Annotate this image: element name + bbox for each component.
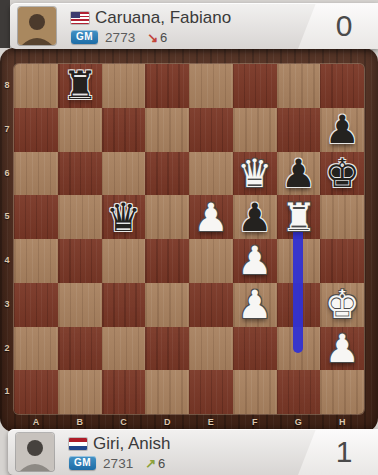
rating-up-arrow-icon: ↗ <box>145 456 156 471</box>
square-b7[interactable] <box>58 108 102 152</box>
rank-label-6: 6 <box>0 152 14 196</box>
square-h4[interactable] <box>320 239 364 283</box>
file-label-G: G <box>277 414 321 430</box>
square-h5[interactable] <box>320 195 364 239</box>
square-d2[interactable] <box>145 327 189 371</box>
square-e1[interactable] <box>189 370 233 414</box>
piece-white-king-h3[interactable]: ♚ <box>320 283 364 327</box>
square-b6[interactable] <box>58 152 102 196</box>
square-c4[interactable] <box>102 239 146 283</box>
file-label-E: E <box>189 414 233 430</box>
rank-label-2: 2 <box>0 327 14 371</box>
square-e3[interactable] <box>189 283 233 327</box>
file-label-H: H <box>320 414 364 430</box>
gm-title-badge: GM <box>69 456 96 470</box>
top-player-rating: 2773 <box>105 30 135 45</box>
square-d5[interactable] <box>145 195 189 239</box>
square-c6[interactable] <box>102 152 146 196</box>
top-player-score-zone: 0 <box>290 3 378 49</box>
square-g7[interactable] <box>277 108 321 152</box>
bottom-player-score-zone: 1 <box>290 429 378 475</box>
top-player-name: Caruana, Fabiano <box>95 8 231 28</box>
square-a3[interactable] <box>14 283 58 327</box>
square-c7[interactable] <box>102 108 146 152</box>
piece-white-pawn-f4[interactable]: ♟ <box>233 239 277 283</box>
square-d8[interactable] <box>145 64 189 108</box>
top-player-score: 0 <box>316 9 353 43</box>
square-c8[interactable] <box>102 64 146 108</box>
square-c1[interactable] <box>102 370 146 414</box>
square-e7[interactable] <box>189 108 233 152</box>
file-label-C: C <box>102 414 146 430</box>
nl-flag-icon <box>69 438 87 450</box>
square-c2[interactable] <box>102 327 146 371</box>
bottom-player-rating-change: 6 <box>158 456 165 471</box>
file-label-A: A <box>14 414 58 430</box>
bottom-player-name: Giri, Anish <box>93 434 170 454</box>
gm-title-badge: GM <box>71 30 98 44</box>
rank-label-5: 5 <box>0 195 14 239</box>
rating-down-arrow-icon: ↘ <box>147 30 158 45</box>
square-b3[interactable] <box>58 283 102 327</box>
piece-black-pawn-h7[interactable]: ♟ <box>320 108 364 152</box>
square-f1[interactable] <box>233 370 277 414</box>
square-a7[interactable] <box>14 108 58 152</box>
square-c3[interactable] <box>102 283 146 327</box>
square-a2[interactable] <box>14 327 58 371</box>
file-label-F: F <box>233 414 277 430</box>
square-h1[interactable] <box>320 370 364 414</box>
piece-black-pawn-f5[interactable]: ♟ <box>233 195 277 239</box>
square-e8[interactable] <box>189 64 233 108</box>
rank-label-4: 4 <box>0 239 14 283</box>
chess-board: ♜♟♛♟♚♛♟♟♜♟♟♚♟ 87654321ABCDEFGH <box>0 48 378 432</box>
square-g8[interactable] <box>277 64 321 108</box>
square-b1[interactable] <box>58 370 102 414</box>
square-g2[interactable] <box>277 327 321 371</box>
square-f2[interactable] <box>233 327 277 371</box>
square-a8[interactable] <box>14 64 58 108</box>
square-f8[interactable] <box>233 64 277 108</box>
square-d3[interactable] <box>145 283 189 327</box>
top-player-avatar <box>18 7 56 45</box>
square-d1[interactable] <box>145 370 189 414</box>
piece-black-rook-b8[interactable]: ♜ <box>58 64 102 108</box>
square-a6[interactable] <box>14 152 58 196</box>
piece-white-pawn-h2[interactable]: ♟ <box>320 327 364 371</box>
bottom-player-card: Giri, Anish GM 2731 ↗ 6 1 <box>8 429 378 475</box>
file-label-D: D <box>145 414 189 430</box>
square-a1[interactable] <box>14 370 58 414</box>
square-e6[interactable] <box>189 152 233 196</box>
file-label-B: B <box>58 414 102 430</box>
square-b5[interactable] <box>58 195 102 239</box>
square-g4[interactable] <box>277 239 321 283</box>
square-d4[interactable] <box>145 239 189 283</box>
bottom-player-rating: 2731 <box>103 456 133 471</box>
square-d7[interactable] <box>145 108 189 152</box>
rank-label-1: 1 <box>0 370 14 414</box>
bottom-player-avatar <box>16 433 54 471</box>
bottom-player-score: 1 <box>316 435 353 469</box>
square-g1[interactable] <box>277 370 321 414</box>
rank-label-7: 7 <box>0 108 14 152</box>
square-d6[interactable] <box>145 152 189 196</box>
piece-black-king-h6[interactable]: ♚ <box>320 152 364 196</box>
square-f7[interactable] <box>233 108 277 152</box>
top-player-card: Caruana, Fabiano GM 2773 ↘ 6 0 <box>10 3 378 49</box>
us-flag-icon <box>71 12 89 24</box>
avatar-photo-icon <box>18 7 56 45</box>
square-e4[interactable] <box>189 239 233 283</box>
piece-black-queen-c5[interactable]: ♛ <box>102 195 146 239</box>
rank-label-8: 8 <box>0 64 14 108</box>
page-background-fragment <box>0 0 10 48</box>
piece-white-pawn-e5[interactable]: ♟ <box>189 195 233 239</box>
square-h8[interactable] <box>320 64 364 108</box>
square-a4[interactable] <box>14 239 58 283</box>
square-b4[interactable] <box>58 239 102 283</box>
piece-white-rook-g5[interactable]: ♜ <box>277 195 321 239</box>
avatar-photo-icon <box>16 433 54 471</box>
square-e2[interactable] <box>189 327 233 371</box>
square-b2[interactable] <box>58 327 102 371</box>
piece-white-pawn-f3[interactable]: ♟ <box>233 283 277 327</box>
piece-white-queen-f6[interactable]: ♛ <box>233 152 277 196</box>
top-player-rating-change: 6 <box>160 30 167 45</box>
piece-black-pawn-g6[interactable]: ♟ <box>277 152 321 196</box>
square-g3[interactable] <box>277 283 321 327</box>
rank-label-3: 3 <box>0 283 14 327</box>
square-a5[interactable] <box>14 195 58 239</box>
